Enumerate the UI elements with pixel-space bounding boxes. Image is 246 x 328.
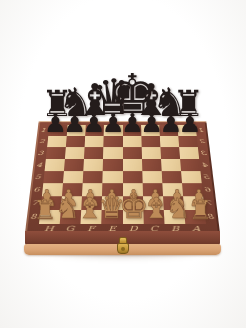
square-g3: [65, 147, 85, 159]
square-b3: [160, 147, 180, 159]
black-knight-g1: ♞: [58, 82, 94, 122]
square-a1: [177, 125, 196, 136]
square-h5: [43, 171, 64, 184]
square-f7: [81, 196, 102, 209]
square-b2: [160, 136, 179, 147]
square-b1: [159, 125, 178, 136]
square-f1: [85, 125, 104, 136]
square-e6: [102, 184, 122, 197]
square-b5: [161, 171, 181, 184]
board-frame: 1122334455667788HGFEDCBA: [25, 121, 220, 233]
square-a5: [181, 171, 202, 184]
rank-label-right-4: 4: [199, 159, 212, 171]
black-bishop-f1: ♝: [75, 78, 114, 122]
square-f2: [85, 136, 104, 147]
square-d4: [123, 159, 142, 171]
square-a3: [179, 147, 199, 159]
square-g6: [62, 184, 83, 197]
square-b6: [162, 184, 183, 197]
square-e5: [103, 171, 123, 184]
square-d2: [123, 136, 142, 147]
square-d7: [123, 196, 144, 209]
rank-label-right-5: 5: [200, 171, 214, 184]
chess-board: 1122334455667788HGFEDCBA: [25, 121, 220, 233]
square-h7: [40, 196, 62, 209]
rank-label-right-2: 2: [197, 136, 210, 147]
square-b7: [163, 196, 184, 209]
square-h8: [39, 210, 61, 224]
square-a6: [182, 184, 203, 197]
latch-plate: [117, 243, 129, 254]
square-g1: [67, 125, 86, 136]
square-c7: [143, 196, 164, 209]
rank-label-right-7: 7: [203, 196, 217, 209]
rank-label-right-3: 3: [198, 147, 211, 159]
square-c1: [141, 125, 160, 136]
square-g5: [63, 171, 83, 184]
rank-label-right-8: 8: [205, 210, 219, 224]
square-d5: [123, 171, 143, 184]
square-g8: [60, 210, 82, 224]
square-a8: [184, 210, 206, 224]
square-a7: [183, 196, 205, 209]
black-queen-e1: ♛: [91, 73, 135, 122]
square-e3: [103, 147, 122, 159]
chess-set-photo: 1122334455667788HGFEDCBA ♜♞♝♛♚♝♞♜♟♟♟♟♟♟♟…: [0, 0, 246, 328]
square-d3: [123, 147, 142, 159]
square-d8: [123, 210, 144, 224]
black-king-d1: ♚: [107, 67, 156, 122]
rank-label-right-6: 6: [202, 184, 216, 197]
square-h4: [45, 159, 65, 171]
square-d6: [123, 184, 143, 197]
square-g7: [61, 196, 82, 209]
square-h2: [47, 136, 67, 147]
black-rook-h1: ♜: [41, 86, 73, 122]
square-e4: [103, 159, 122, 171]
black-rook-a1: ♜: [172, 86, 204, 122]
square-c6: [142, 184, 163, 197]
square-h1: [48, 125, 67, 136]
square-c8: [143, 210, 164, 224]
square-f4: [84, 159, 104, 171]
black-knight-b1: ♞: [152, 82, 188, 122]
square-f6: [82, 184, 103, 197]
rank-label-right-1: 1: [196, 125, 209, 136]
square-d1: [123, 125, 142, 136]
square-b8: [164, 210, 186, 224]
square-b4: [161, 159, 181, 171]
square-e8: [102, 210, 123, 224]
square-f3: [84, 147, 103, 159]
brass-latch-icon: [116, 237, 130, 255]
square-c2: [141, 136, 160, 147]
square-f8: [81, 210, 102, 224]
square-c3: [141, 147, 160, 159]
square-a4: [180, 159, 200, 171]
square-e1: [104, 125, 123, 136]
square-h6: [42, 184, 63, 197]
square-f5: [83, 171, 103, 184]
square-c5: [142, 171, 162, 184]
square-g2: [66, 136, 85, 147]
square-e7: [102, 196, 123, 209]
square-g4: [64, 159, 84, 171]
square-a2: [178, 136, 198, 147]
square-h3: [46, 147, 66, 159]
black-bishop-c1: ♝: [131, 78, 170, 122]
square-e2: [104, 136, 123, 147]
square-c4: [142, 159, 162, 171]
